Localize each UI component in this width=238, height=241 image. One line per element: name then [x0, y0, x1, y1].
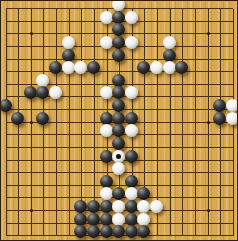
black-stone[interactable] — [100, 200, 113, 213]
black-stone[interactable] — [100, 112, 113, 125]
black-stone[interactable] — [100, 150, 113, 163]
black-stone[interactable] — [0, 99, 12, 112]
white-stone[interactable] — [100, 36, 113, 49]
black-stone[interactable] — [62, 49, 75, 62]
black-stone[interactable] — [125, 150, 138, 163]
white-stone[interactable] — [125, 11, 138, 24]
white-stone[interactable] — [62, 61, 75, 74]
last-move-marker-icon — [116, 154, 121, 159]
star-point — [207, 209, 210, 212]
black-stone[interactable] — [112, 49, 125, 62]
black-stone[interactable] — [112, 74, 125, 87]
black-stone[interactable] — [112, 112, 125, 125]
white-stone[interactable] — [100, 187, 113, 200]
grid-line-horizontal — [6, 185, 233, 186]
black-stone[interactable] — [125, 200, 138, 213]
white-stone[interactable] — [125, 36, 138, 49]
black-stone[interactable] — [36, 112, 49, 125]
star-point — [207, 32, 210, 35]
white-stone[interactable] — [163, 36, 176, 49]
grid-line-vertical — [195, 9, 196, 236]
black-stone[interactable] — [125, 213, 138, 226]
white-stone[interactable] — [100, 124, 113, 137]
black-stone[interactable] — [87, 200, 100, 213]
black-stone[interactable] — [112, 11, 125, 24]
black-stone[interactable] — [11, 112, 24, 125]
black-stone[interactable] — [100, 225, 113, 238]
white-stone[interactable] — [226, 112, 238, 125]
black-stone[interactable] — [213, 112, 226, 125]
black-stone[interactable] — [125, 175, 138, 188]
black-stone[interactable] — [87, 213, 100, 226]
white-stone[interactable] — [226, 99, 238, 112]
black-stone[interactable] — [112, 137, 125, 150]
white-stone[interactable] — [163, 61, 176, 74]
star-point — [30, 121, 33, 124]
star-point — [30, 209, 33, 212]
black-stone[interactable] — [112, 36, 125, 49]
white-stone[interactable] — [62, 36, 75, 49]
black-stone[interactable] — [74, 213, 87, 226]
black-stone[interactable] — [87, 61, 100, 74]
black-stone[interactable] — [163, 49, 176, 62]
grid-line-vertical — [182, 9, 183, 236]
black-stone[interactable] — [100, 175, 113, 188]
black-stone[interactable] — [125, 112, 138, 125]
go-board[interactable] — [0, 0, 238, 241]
black-stone[interactable] — [100, 213, 113, 226]
white-stone-marked[interactable] — [112, 150, 125, 163]
white-stone[interactable] — [100, 86, 113, 99]
white-stone[interactable] — [100, 11, 113, 24]
star-point — [207, 121, 210, 124]
white-stone[interactable] — [112, 213, 125, 226]
